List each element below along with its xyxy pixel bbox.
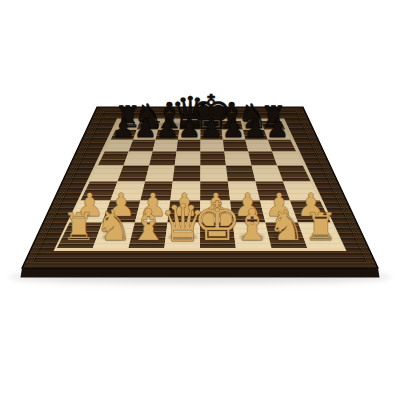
depth-shading: [22, 107, 378, 268]
chess-product-photo: ♜♞♝♛♚♝♞♜♟♟♟♟♟♟♟♟♟♟♟♟♟♟♟♟♜♞♝♛♚♝♞♜: [0, 0, 400, 400]
chess-board: [0, 0, 400, 400]
board-side-face: [21, 268, 380, 278]
